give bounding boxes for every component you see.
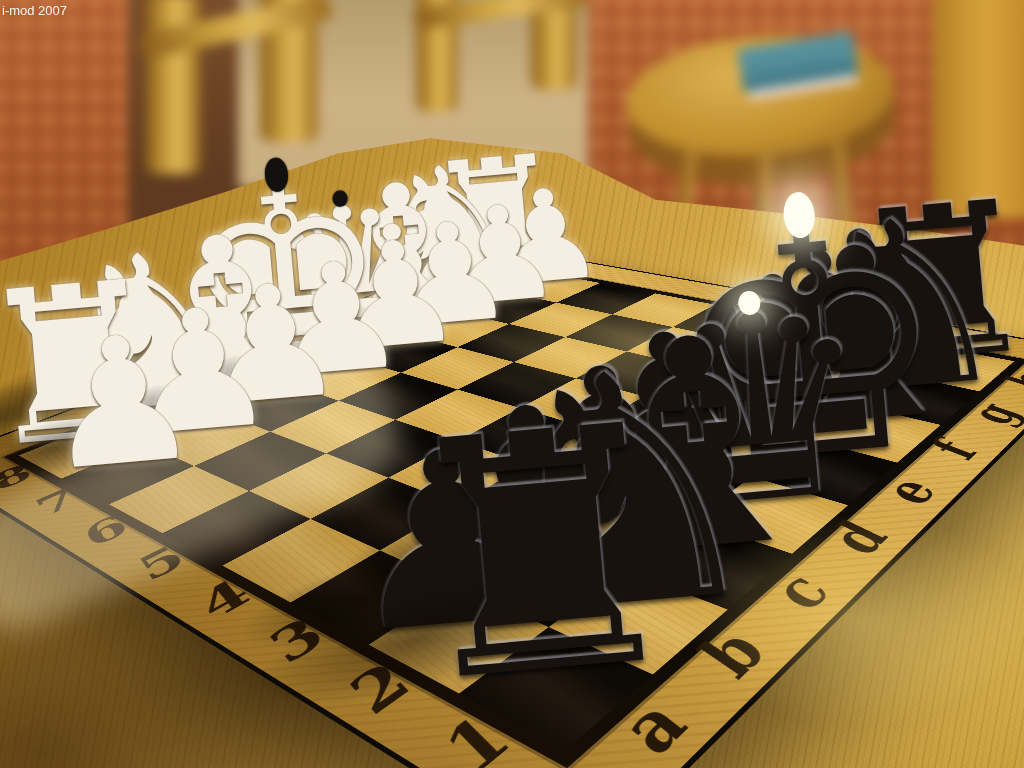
chair-right bbox=[933, 0, 1024, 218]
table-highlight bbox=[620, 470, 1024, 768]
chair-mid-stile bbox=[531, 0, 577, 90]
watermark: i-mod 2007 bbox=[2, 3, 67, 18]
scene: { "watermark": "i-mod 2007", "game": "ch… bbox=[0, 0, 1024, 768]
